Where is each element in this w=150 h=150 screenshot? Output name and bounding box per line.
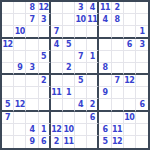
- cell-r7c7[interactable]: 5: [75, 75, 87, 87]
- cell-r11c8[interactable]: [87, 124, 99, 136]
- cell-r7c8[interactable]: [87, 75, 99, 87]
- cell-r11c7[interactable]: [75, 124, 87, 136]
- cell-r11c2[interactable]: [14, 124, 26, 136]
- cell-r5c9[interactable]: [99, 51, 111, 63]
- cell-r5c2[interactable]: [14, 51, 26, 63]
- cell-r1c12[interactable]: [136, 2, 148, 14]
- cell-r3c10[interactable]: [112, 26, 124, 38]
- cell-r9c11[interactable]: [124, 99, 136, 111]
- cell-r6c6[interactable]: 2: [63, 63, 75, 75]
- cell-r10c3[interactable]: [26, 112, 38, 124]
- cell-r8c3[interactable]: [26, 87, 38, 99]
- cell-r2c11[interactable]: [124, 14, 136, 26]
- cell-r10c1[interactable]: 7: [2, 112, 14, 124]
- cell-r12c1[interactable]: [2, 136, 14, 148]
- cell-r2c9[interactable]: 4: [99, 14, 111, 26]
- cell-r9c10[interactable]: [112, 99, 124, 111]
- cell-r5c12[interactable]: [136, 51, 148, 63]
- cell-r7c5[interactable]: [51, 75, 63, 87]
- cell-r4c7[interactable]: [75, 39, 87, 51]
- cell-r1c8[interactable]: 4: [87, 2, 99, 14]
- cell-r4c1[interactable]: 12: [2, 39, 14, 51]
- cell-r8c11[interactable]: [124, 87, 136, 99]
- cell-r4c9[interactable]: [99, 39, 111, 51]
- cell-r10c11[interactable]: 10: [124, 112, 136, 124]
- cell-r7c6[interactable]: [63, 75, 75, 87]
- cell-r2c5[interactable]: [51, 14, 63, 26]
- cell-r12c9[interactable]: 5: [99, 136, 111, 148]
- cell-r9c9[interactable]: [99, 99, 111, 111]
- cell-r5c6[interactable]: [63, 51, 75, 63]
- cell-r7c11[interactable]: 12: [124, 75, 136, 87]
- cell-r3c7[interactable]: [75, 26, 87, 38]
- cell-r3c11[interactable]: [124, 26, 136, 38]
- cell-r11c10[interactable]: 11: [112, 124, 124, 136]
- cell-r9c8[interactable]: 2: [87, 99, 99, 111]
- cell-r6c1[interactable]: [2, 63, 14, 75]
- cell-r1c6[interactable]: [63, 2, 75, 14]
- cell-r2c10[interactable]: 8: [112, 14, 124, 26]
- cell-r5c8[interactable]: 1: [87, 51, 99, 63]
- cell-r6c4[interactable]: [39, 63, 51, 75]
- cell-r3c4[interactable]: [39, 26, 51, 38]
- cell-r5c7[interactable]: 7: [75, 51, 87, 63]
- cell-r6c12[interactable]: [136, 63, 148, 75]
- cell-r4c4[interactable]: [39, 39, 51, 51]
- cell-r12c5[interactable]: 2: [51, 136, 63, 148]
- cell-r7c9[interactable]: [99, 75, 111, 87]
- cell-r8c8[interactable]: [87, 87, 99, 99]
- cell-r11c9[interactable]: 6: [99, 124, 111, 136]
- cell-r6c8[interactable]: [87, 63, 99, 75]
- cell-r8c7[interactable]: [75, 87, 87, 99]
- cell-r9c3[interactable]: [26, 99, 38, 111]
- cell-r2c4[interactable]: 3: [39, 14, 51, 26]
- cell-r6c5[interactable]: [51, 63, 63, 75]
- cell-r12c8[interactable]: [87, 136, 99, 148]
- cell-r3c9[interactable]: [99, 26, 111, 38]
- cell-r3c1[interactable]: [2, 26, 14, 38]
- cell-r4c5[interactable]: 4: [51, 39, 63, 51]
- cell-r5c1[interactable]: [2, 51, 14, 63]
- cell-r3c8[interactable]: [87, 26, 99, 38]
- cell-r2c7[interactable]: 10: [75, 14, 87, 26]
- cell-r7c1[interactable]: [2, 75, 14, 87]
- cell-r11c12[interactable]: [136, 124, 148, 136]
- cell-r8c10[interactable]: [112, 87, 124, 99]
- cell-r10c10[interactable]: [112, 112, 124, 124]
- cell-r8c6[interactable]: 1: [63, 87, 75, 99]
- sudoku-board: 8123411273101148107112456357193282571211…: [0, 0, 150, 150]
- cell-r12c6[interactable]: 11: [63, 136, 75, 148]
- cell-r6c11[interactable]: [124, 63, 136, 75]
- cell-r11c5[interactable]: 12: [51, 124, 63, 136]
- cell-r8c5[interactable]: 11: [51, 87, 63, 99]
- cell-r8c4[interactable]: [39, 87, 51, 99]
- cell-r10c8[interactable]: 6: [87, 112, 99, 124]
- cell-r10c7[interactable]: [75, 112, 87, 124]
- cell-r9c2[interactable]: 12: [14, 99, 26, 111]
- cell-r4c3[interactable]: [26, 39, 38, 51]
- cell-r11c4[interactable]: 1: [39, 124, 51, 136]
- cell-r9c4[interactable]: [39, 99, 51, 111]
- cell-r10c2[interactable]: [14, 112, 26, 124]
- cell-r11c6[interactable]: 10: [63, 124, 75, 136]
- cell-r1c3[interactable]: 8: [26, 2, 38, 14]
- cell-r1c1[interactable]: [2, 2, 14, 14]
- cell-r12c2[interactable]: [14, 136, 26, 148]
- cell-r4c12[interactable]: 3: [136, 39, 148, 51]
- cell-r1c9[interactable]: 11: [99, 2, 111, 14]
- cell-r1c11[interactable]: [124, 2, 136, 14]
- cell-r7c4[interactable]: 2: [39, 75, 51, 87]
- cell-r1c5[interactable]: [51, 2, 63, 14]
- cell-r10c5[interactable]: [51, 112, 63, 124]
- cell-r9c6[interactable]: [63, 99, 75, 111]
- cell-r6c3[interactable]: 3: [26, 63, 38, 75]
- cell-r10c12[interactable]: [136, 112, 148, 124]
- cell-r5c11[interactable]: [124, 51, 136, 63]
- cell-r4c10[interactable]: [112, 39, 124, 51]
- cell-r11c11[interactable]: [124, 124, 136, 136]
- cell-r2c12[interactable]: [136, 14, 148, 26]
- cell-r3c2[interactable]: 10: [14, 26, 26, 38]
- cell-r2c2[interactable]: [14, 14, 26, 26]
- cell-r9c1[interactable]: 5: [2, 99, 14, 111]
- cell-r10c4[interactable]: [39, 112, 51, 124]
- cell-r2c6[interactable]: [63, 14, 75, 26]
- cell-r12c3[interactable]: 9: [26, 136, 38, 148]
- cell-r11c1[interactable]: [2, 124, 14, 136]
- cell-r4c6[interactable]: 5: [63, 39, 75, 51]
- cell-r8c1[interactable]: [2, 87, 14, 99]
- cell-r6c9[interactable]: 8: [99, 63, 111, 75]
- cell-r6c2[interactable]: 9: [14, 63, 26, 75]
- cell-r8c2[interactable]: [14, 87, 26, 99]
- cell-r11c3[interactable]: 4: [26, 124, 38, 136]
- cell-r12c4[interactable]: 6: [39, 136, 51, 148]
- cell-r12c11[interactable]: [124, 136, 136, 148]
- cell-r10c6[interactable]: [63, 112, 75, 124]
- cell-r7c10[interactable]: 7: [112, 75, 124, 87]
- cell-r4c2[interactable]: [14, 39, 26, 51]
- cell-r12c7[interactable]: [75, 136, 87, 148]
- cell-r6c7[interactable]: [75, 63, 87, 75]
- cell-r9c7[interactable]: 4: [75, 99, 87, 111]
- cell-r4c8[interactable]: [87, 39, 99, 51]
- cell-r3c3[interactable]: [26, 26, 38, 38]
- cell-r5c4[interactable]: 5: [39, 51, 51, 63]
- cell-r1c10[interactable]: 2: [112, 2, 124, 14]
- cell-r7c12[interactable]: [136, 75, 148, 87]
- cell-r5c10[interactable]: [112, 51, 124, 63]
- cell-r8c9[interactable]: 9: [99, 87, 111, 99]
- cell-r1c4[interactable]: 12: [39, 2, 51, 14]
- cell-r6c10[interactable]: [112, 63, 124, 75]
- cell-r3c12[interactable]: 1: [136, 26, 148, 38]
- cell-r1c7[interactable]: 3: [75, 2, 87, 14]
- cell-r7c2[interactable]: [14, 75, 26, 87]
- cell-r5c5[interactable]: [51, 51, 63, 63]
- cell-r2c8[interactable]: 11: [87, 14, 99, 26]
- cell-r3c5[interactable]: 7: [51, 26, 63, 38]
- cell-r10c9[interactable]: [99, 112, 111, 124]
- cell-r2c1[interactable]: [2, 14, 14, 26]
- cell-r2c3[interactable]: 7: [26, 14, 38, 26]
- cell-r12c12[interactable]: [136, 136, 148, 148]
- cell-r4c11[interactable]: 6: [124, 39, 136, 51]
- cell-r7c3[interactable]: [26, 75, 38, 87]
- cell-r5c3[interactable]: [26, 51, 38, 63]
- cell-r9c12[interactable]: 6: [136, 99, 148, 111]
- cell-r9c5[interactable]: [51, 99, 63, 111]
- cell-r8c12[interactable]: [136, 87, 148, 99]
- cell-r12c10[interactable]: 12: [112, 136, 124, 148]
- cell-r3c6[interactable]: [63, 26, 75, 38]
- cell-r1c2[interactable]: [14, 2, 26, 14]
